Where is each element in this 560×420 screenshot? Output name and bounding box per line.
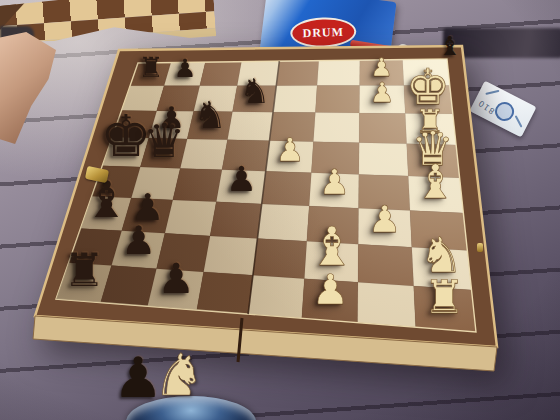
photo-stage: DRUM 810 ♜♟♟♞♟♚♟♞♜♚♛♟♛♟♟♝♝♟♟♟♝♞♜♟♟♜ ♟ ♞ … <box>0 0 560 420</box>
piece-bQ-e7[interactable]: ♛ <box>143 117 185 164</box>
piece-bP-a6[interactable]: ♟ <box>157 258 194 300</box>
piece-bR-h8[interactable]: ♜ <box>138 54 163 82</box>
captured-black-bishop[interactable]: ♝ <box>438 33 461 59</box>
piece-wR-a1[interactable]: ♜ <box>423 274 464 320</box>
piece-bP-h7[interactable]: ♟ <box>174 56 197 81</box>
piece-bR-a8[interactable]: ♜ <box>63 248 104 294</box>
piece-bP-d5[interactable]: ♟ <box>226 161 257 196</box>
piece-wP-g2[interactable]: ♟ <box>370 80 395 108</box>
piece-bN-f6[interactable]: ♞ <box>194 98 227 135</box>
piece-wP-d3[interactable]: ♟ <box>319 165 350 200</box>
piece-bN-g5[interactable]: ♞ <box>239 74 270 108</box>
piece-wP-e4[interactable]: ♟ <box>276 133 305 165</box>
piece-wP-a3[interactable]: ♟ <box>312 269 349 311</box>
piece-wB-d1[interactable]: ♝ <box>414 159 456 206</box>
piece-bP-b7[interactable]: ♟ <box>121 220 156 259</box>
captured-white-knight[interactable]: ♞ <box>153 346 205 404</box>
board-brass-hinge <box>477 243 483 252</box>
piece-wP-c2[interactable]: ♟ <box>368 200 401 237</box>
